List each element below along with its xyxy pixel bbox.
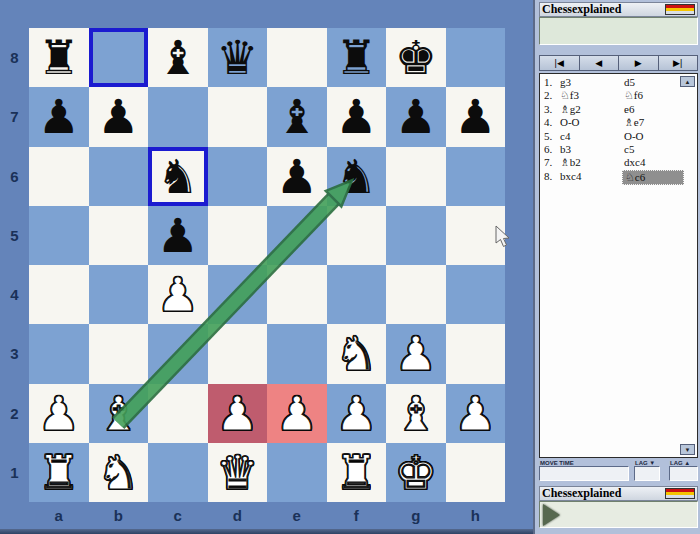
square-d7[interactable] xyxy=(208,87,268,146)
square-b8[interactable] xyxy=(89,28,149,87)
square-d6[interactable] xyxy=(208,147,268,206)
rank-label-7: 7 xyxy=(0,87,29,146)
black-bishop-e7[interactable]: ♝ xyxy=(276,93,318,140)
file-label-c: c xyxy=(148,502,208,528)
square-g6[interactable] xyxy=(386,147,446,206)
square-g3[interactable]: ♟ xyxy=(386,324,446,383)
white-move[interactable]: ♗g2 xyxy=(560,103,581,116)
black-pawn-h7[interactable]: ♟ xyxy=(454,93,496,140)
black-move[interactable]: e6 xyxy=(624,103,634,116)
square-b6[interactable] xyxy=(89,147,149,206)
side-panel: Chessexplained |◀ ◀ ▶ ▶| 1.g3d52.♘f3♘f63… xyxy=(533,0,700,534)
white-move[interactable]: ♗b2 xyxy=(560,156,581,169)
move-row-1: 1.g3d5 xyxy=(540,76,697,89)
black-move[interactable]: c5 xyxy=(624,143,634,156)
file-label-f: f xyxy=(327,502,387,528)
square-b1[interactable]: ♞ xyxy=(89,443,149,502)
black-move[interactable]: ♘f6 xyxy=(624,89,643,102)
rank-label-5: 5 xyxy=(0,206,29,265)
black-knight-c6[interactable]: ♞ xyxy=(157,153,199,200)
move-number: 8. xyxy=(544,170,552,183)
chess-board: ♜♝♛♜♚♟♟♝♟♟♟♞♟♞♟♟♞♟♟♝♟♟♟♝♟♜♞♛♜♚ xyxy=(29,28,505,502)
white-pawn-c4[interactable]: ♟ xyxy=(157,271,199,318)
white-rook-f1[interactable]: ♜ xyxy=(335,449,377,496)
move-rows: 1.g3d52.♘f3♘f63.♗g2e64.O-O♗e75.c4O-O6.b3… xyxy=(540,74,697,183)
white-queen-d1[interactable]: ♛ xyxy=(216,449,258,496)
square-f6[interactable]: ♞ xyxy=(327,147,387,206)
file-label-d: d xyxy=(208,502,268,528)
scroll-up-icon[interactable]: ▲ xyxy=(680,76,695,87)
square-e8[interactable] xyxy=(267,28,327,87)
square-g5[interactable] xyxy=(386,206,446,265)
chat-header: Chessexplained xyxy=(539,2,698,17)
move-row-6: 6.b3c5 xyxy=(540,143,697,156)
square-d4[interactable] xyxy=(208,265,268,324)
rank-label-3: 3 xyxy=(0,324,29,383)
square-a1[interactable]: ♜ xyxy=(29,443,89,502)
move-time-field[interactable] xyxy=(539,466,629,481)
black-pawn-a7[interactable]: ♟ xyxy=(38,93,80,140)
square-a3[interactable] xyxy=(29,324,89,383)
file-label-b: b xyxy=(89,502,149,528)
move-number: 5. xyxy=(544,130,552,143)
square-d2[interactable]: ♟ xyxy=(208,384,268,443)
file-label-g: g xyxy=(386,502,446,528)
square-a2[interactable]: ♟ xyxy=(29,384,89,443)
file-labels: abcdefgh xyxy=(29,502,505,528)
white-pawn-h2[interactable]: ♟ xyxy=(454,390,496,437)
white-knight-f3[interactable]: ♞ xyxy=(335,330,377,377)
black-bishop-c8[interactable]: ♝ xyxy=(157,34,199,81)
selected-move[interactable]: ♘c6 xyxy=(622,170,684,185)
square-e1[interactable] xyxy=(267,443,327,502)
black-pawn-f7[interactable]: ♟ xyxy=(335,93,377,140)
german-flag-icon xyxy=(665,4,695,15)
square-b4[interactable] xyxy=(89,265,149,324)
rank-labels: 87654321 xyxy=(0,28,29,502)
engine-header: Chessexplained xyxy=(539,486,698,501)
square-a7[interactable]: ♟ xyxy=(29,87,89,146)
nav-last-button[interactable]: ▶| xyxy=(659,56,698,70)
move-row-2: 2.♘f3♘f6 xyxy=(540,89,697,102)
move-row-5: 5.c4O-O xyxy=(540,130,697,143)
white-move[interactable]: b3 xyxy=(560,143,571,156)
playback-box xyxy=(539,501,698,528)
panel-title: Chessexplained xyxy=(542,2,621,16)
rank-label-8: 8 xyxy=(0,28,29,87)
move-number: 3. xyxy=(544,103,552,116)
move-row-3: 3.♗g2e6 xyxy=(540,103,697,116)
square-f3[interactable]: ♞ xyxy=(327,324,387,383)
square-b3[interactable] xyxy=(89,324,149,383)
move-row-4: 4.O-O♗e7 xyxy=(540,116,697,129)
square-h1[interactable] xyxy=(446,443,506,502)
black-queen-d8[interactable]: ♛ xyxy=(216,34,258,81)
square-f4[interactable] xyxy=(327,265,387,324)
square-c2[interactable] xyxy=(148,384,208,443)
white-king-g1[interactable]: ♚ xyxy=(395,449,437,496)
square-c4[interactable]: ♟ xyxy=(148,265,208,324)
square-c3[interactable] xyxy=(148,324,208,383)
square-h7[interactable]: ♟ xyxy=(446,87,506,146)
black-pawn-e6[interactable]: ♟ xyxy=(276,153,318,200)
square-h5[interactable] xyxy=(446,206,506,265)
black-rook-f8[interactable]: ♜ xyxy=(335,34,377,81)
move-number: 2. xyxy=(544,89,552,102)
scroll-down-icon[interactable]: ▼ xyxy=(680,444,695,455)
rank-label-4: 4 xyxy=(0,265,29,324)
square-g7[interactable]: ♟ xyxy=(386,87,446,146)
white-bishop-b2[interactable]: ♝ xyxy=(97,390,139,437)
square-g2[interactable]: ♝ xyxy=(386,384,446,443)
chat-box[interactable] xyxy=(539,17,698,45)
square-h8[interactable] xyxy=(446,28,506,87)
white-pawn-g3[interactable]: ♟ xyxy=(395,330,437,377)
square-d5[interactable] xyxy=(208,206,268,265)
nav-next-button[interactable]: ▶ xyxy=(619,56,659,70)
white-move[interactable]: ♘f3 xyxy=(560,89,579,102)
white-pawn-d2[interactable]: ♟ xyxy=(216,390,258,437)
square-e3[interactable] xyxy=(267,324,327,383)
square-b2[interactable]: ♝ xyxy=(89,384,149,443)
square-f5[interactable] xyxy=(327,206,387,265)
square-a4[interactable] xyxy=(29,265,89,324)
square-d8[interactable]: ♛ xyxy=(208,28,268,87)
white-pawn-f2[interactable]: ♟ xyxy=(335,390,377,437)
rank-label-6: 6 xyxy=(0,147,29,206)
white-move[interactable]: O-O xyxy=(560,116,580,129)
white-pawn-e2[interactable]: ♟ xyxy=(276,390,318,437)
square-a8[interactable]: ♜ xyxy=(29,28,89,87)
move-number: 7. xyxy=(544,156,552,169)
black-knight-f6[interactable]: ♞ xyxy=(335,153,377,200)
white-move[interactable]: c4 xyxy=(560,130,570,143)
move-list[interactable]: 1.g3d52.♘f3♘f63.♗g2e64.O-O♗e75.c4O-O6.b3… xyxy=(539,73,698,458)
square-c1[interactable] xyxy=(148,443,208,502)
square-g1[interactable]: ♚ xyxy=(386,443,446,502)
square-c6[interactable]: ♞ xyxy=(148,147,208,206)
square-e6[interactable]: ♟ xyxy=(267,147,327,206)
square-a5[interactable] xyxy=(29,206,89,265)
square-g4[interactable] xyxy=(386,265,446,324)
move-navigation-bar: |◀ ◀ ▶ ▶| xyxy=(539,55,698,71)
german-flag-icon xyxy=(665,488,695,499)
square-d3[interactable] xyxy=(208,324,268,383)
black-move[interactable]: d5 xyxy=(624,76,635,89)
file-label-a: a xyxy=(29,502,89,528)
black-rook-a8[interactable]: ♜ xyxy=(38,34,80,81)
square-c5[interactable]: ♟ xyxy=(148,206,208,265)
file-label-e: e xyxy=(267,502,327,528)
square-h3[interactable] xyxy=(446,324,506,383)
bottom-panel-title: Chessexplained xyxy=(542,486,621,500)
square-b7[interactable]: ♟ xyxy=(89,87,149,146)
rank-label-1: 1 xyxy=(0,443,29,502)
square-e4[interactable] xyxy=(267,265,327,324)
move-row-7: 7.♗b2dxc4 xyxy=(540,156,697,169)
black-move[interactable]: dxc4 xyxy=(624,156,645,169)
square-b5[interactable] xyxy=(89,206,149,265)
lag-down-field[interactable] xyxy=(634,466,660,481)
square-f7[interactable]: ♟ xyxy=(327,87,387,146)
white-bishop-g2[interactable]: ♝ xyxy=(395,390,437,437)
square-h6[interactable] xyxy=(446,147,506,206)
white-move[interactable]: g3 xyxy=(560,76,571,89)
square-f8[interactable]: ♜ xyxy=(327,28,387,87)
square-h4[interactable] xyxy=(446,265,506,324)
square-a6[interactable] xyxy=(29,147,89,206)
square-e5[interactable] xyxy=(267,206,327,265)
lag-up-field[interactable] xyxy=(669,466,698,481)
square-e2[interactable]: ♟ xyxy=(267,384,327,443)
nav-prev-button[interactable]: ◀ xyxy=(580,56,620,70)
square-f2[interactable]: ♟ xyxy=(327,384,387,443)
square-d1[interactable]: ♛ xyxy=(208,443,268,502)
square-h2[interactable]: ♟ xyxy=(446,384,506,443)
square-c8[interactable]: ♝ xyxy=(148,28,208,87)
move-row-8: 8.bxc4♘c6 xyxy=(540,170,697,183)
black-move[interactable]: ♗e7 xyxy=(624,116,644,129)
white-rook-a1[interactable]: ♜ xyxy=(38,449,80,496)
nav-first-button[interactable]: |◀ xyxy=(540,56,580,70)
rank-label-2: 2 xyxy=(0,384,29,443)
square-e7[interactable]: ♝ xyxy=(267,87,327,146)
move-number: 6. xyxy=(544,143,552,156)
black-move[interactable]: ♘c6 xyxy=(624,170,684,185)
black-king-g8[interactable]: ♚ xyxy=(395,34,437,81)
black-pawn-g7[interactable]: ♟ xyxy=(395,93,437,140)
white-pawn-a2[interactable]: ♟ xyxy=(38,390,80,437)
square-c7[interactable] xyxy=(148,87,208,146)
app-window: 87654321 abcdefgh ♜♝♛♜♚♟♟♝♟♟♟♞♟♞♟♟♞♟♟♝♟♟… xyxy=(0,0,700,534)
white-move[interactable]: bxc4 xyxy=(560,170,581,183)
play-icon[interactable] xyxy=(543,504,560,526)
square-f1[interactable]: ♜ xyxy=(327,443,387,502)
file-label-h: h xyxy=(446,502,506,528)
black-pawn-b7[interactable]: ♟ xyxy=(97,93,139,140)
black-pawn-c5[interactable]: ♟ xyxy=(157,212,199,259)
move-number: 1. xyxy=(544,76,552,89)
square-g8[interactable]: ♚ xyxy=(386,28,446,87)
white-knight-b1[interactable]: ♞ xyxy=(97,449,139,496)
move-number: 4. xyxy=(544,116,552,129)
black-move[interactable]: O-O xyxy=(624,130,644,143)
